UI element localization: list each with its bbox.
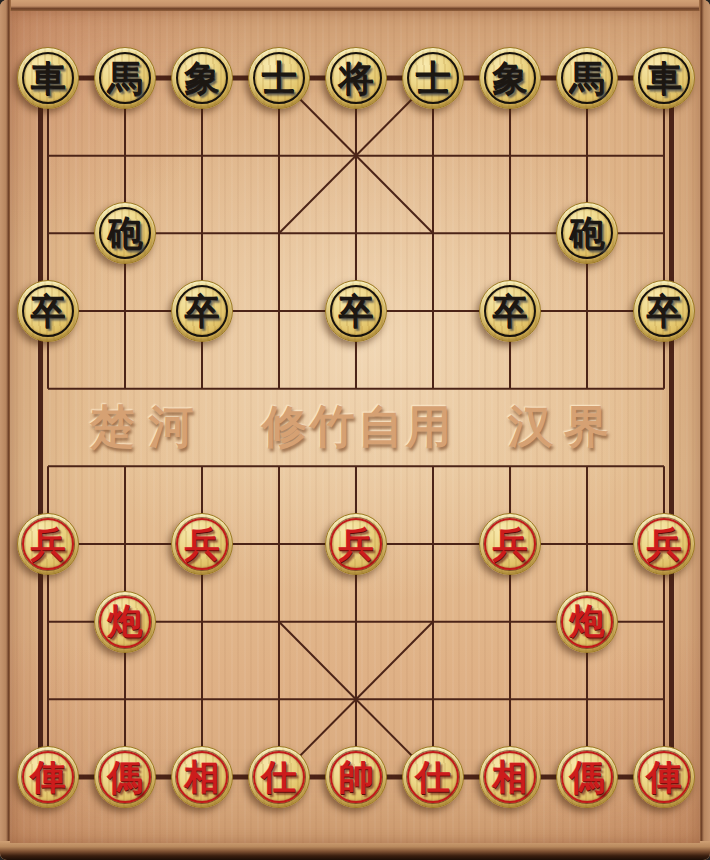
intersection-i2[interactable] xyxy=(626,195,703,273)
piece-red-soldier[interactable]: 兵 xyxy=(17,513,79,575)
piece-character: 仕 xyxy=(416,759,451,796)
intersection-c9[interactable]: 相 xyxy=(164,738,241,816)
intersection-f3[interactable] xyxy=(395,272,472,350)
piece-character: 傌 xyxy=(570,759,605,796)
piece-character: 相 xyxy=(493,759,528,796)
piece-character: 馬 xyxy=(108,60,143,97)
intersection-h7[interactable]: 炮 xyxy=(549,583,626,661)
intersection-f8[interactable] xyxy=(395,661,472,739)
intersection-c7[interactable] xyxy=(164,583,241,661)
piece-character: 卒 xyxy=(185,293,220,330)
intersection-g0[interactable]: 象 xyxy=(472,39,549,117)
intersection-h1[interactable] xyxy=(549,117,626,195)
intersection-h2[interactable]: 砲 xyxy=(549,195,626,273)
intersection-c3[interactable]: 卒 xyxy=(164,272,241,350)
piece-black-horse[interactable]: 馬 xyxy=(94,47,156,109)
pieces-layer: 車馬象士将士象馬車砲砲卒卒卒卒卒兵兵兵兵兵炮炮俥傌相仕帥仕相傌俥 xyxy=(10,39,703,816)
piece-character: 車 xyxy=(31,60,66,97)
intersection-i7[interactable] xyxy=(626,583,703,661)
intersection-e2[interactable] xyxy=(318,195,395,273)
intersection-e6[interactable]: 兵 xyxy=(318,505,395,583)
intersection-a7[interactable] xyxy=(10,583,87,661)
intersection-b3[interactable] xyxy=(87,272,164,350)
piece-character: 象 xyxy=(185,60,220,97)
piece-character: 卒 xyxy=(647,293,682,330)
piece-red-soldier[interactable]: 兵 xyxy=(479,513,541,575)
piece-character: 兵 xyxy=(493,526,528,563)
intersection-d9[interactable]: 仕 xyxy=(241,738,318,816)
piece-black-soldier[interactable]: 卒 xyxy=(633,280,695,342)
piece-character: 砲 xyxy=(570,215,605,252)
intersection-g2[interactable] xyxy=(472,195,549,273)
piece-character: 仕 xyxy=(262,759,297,796)
piece-black-elephant[interactable]: 象 xyxy=(479,47,541,109)
intersection-g7[interactable] xyxy=(472,583,549,661)
intersection-c1[interactable] xyxy=(164,117,241,195)
intersection-c0[interactable]: 象 xyxy=(164,39,241,117)
piece-character: 兵 xyxy=(31,526,66,563)
piece-black-soldier[interactable]: 卒 xyxy=(171,280,233,342)
piece-character: 炮 xyxy=(108,603,143,640)
piece-black-chariot[interactable]: 車 xyxy=(633,47,695,109)
intersection-c4[interactable] xyxy=(164,350,241,428)
intersection-d6[interactable] xyxy=(241,505,318,583)
piece-character: 車 xyxy=(647,60,682,97)
piece-red-soldier[interactable]: 兵 xyxy=(633,513,695,575)
intersection-g8[interactable] xyxy=(472,661,549,739)
piece-character: 炮 xyxy=(570,603,605,640)
intersection-d7[interactable] xyxy=(241,583,318,661)
piece-black-cannon[interactable]: 砲 xyxy=(94,202,156,264)
piece-black-elephant[interactable]: 象 xyxy=(171,47,233,109)
intersection-h4[interactable] xyxy=(549,350,626,428)
piece-red-soldier[interactable]: 兵 xyxy=(171,513,233,575)
intersection-e9[interactable]: 帥 xyxy=(318,738,395,816)
piece-character: 俥 xyxy=(647,759,682,796)
piece-black-soldier[interactable]: 卒 xyxy=(17,280,79,342)
piece-character: 卒 xyxy=(339,293,374,330)
piece-red-elephant[interactable]: 相 xyxy=(171,746,233,808)
intersection-h0[interactable]: 馬 xyxy=(549,39,626,117)
piece-character: 卒 xyxy=(31,293,66,330)
intersection-i3[interactable]: 卒 xyxy=(626,272,703,350)
intersection-b0[interactable]: 馬 xyxy=(87,39,164,117)
intersection-f5[interactable] xyxy=(395,428,472,506)
board-frame-bottom-ledge xyxy=(0,841,710,860)
intersection-e7[interactable] xyxy=(318,583,395,661)
intersection-b1[interactable] xyxy=(87,117,164,195)
intersection-g5[interactable] xyxy=(472,428,549,506)
piece-red-advisor[interactable]: 仕 xyxy=(402,746,464,808)
piece-red-chariot[interactable]: 俥 xyxy=(633,746,695,808)
intersection-b7[interactable]: 炮 xyxy=(87,583,164,661)
intersection-d8[interactable] xyxy=(241,661,318,739)
piece-character: 馬 xyxy=(570,60,605,97)
intersection-g1[interactable] xyxy=(472,117,549,195)
piece-character: 兵 xyxy=(339,526,374,563)
intersection-d4[interactable] xyxy=(241,350,318,428)
intersection-f1[interactable] xyxy=(395,117,472,195)
piece-black-advisor[interactable]: 士 xyxy=(402,47,464,109)
intersection-i4[interactable] xyxy=(626,350,703,428)
intersection-b9[interactable]: 傌 xyxy=(87,738,164,816)
piece-red-soldier[interactable]: 兵 xyxy=(325,513,387,575)
intersection-e1[interactable] xyxy=(318,117,395,195)
intersection-f0[interactable]: 士 xyxy=(395,39,472,117)
piece-character: 士 xyxy=(416,60,451,97)
piece-character: 相 xyxy=(185,759,220,796)
intersection-d5[interactable] xyxy=(241,428,318,506)
intersection-f6[interactable] xyxy=(395,505,472,583)
intersection-d2[interactable] xyxy=(241,195,318,273)
intersection-h6[interactable] xyxy=(549,505,626,583)
intersection-a5[interactable] xyxy=(10,428,87,506)
intersection-h9[interactable]: 傌 xyxy=(549,738,626,816)
xiangqi-board: 楚河 修竹自用 汉界 車馬象士将士象馬車砲砲卒卒卒卒卒兵兵兵兵兵炮炮俥傌相仕帥仕… xyxy=(0,0,710,860)
piece-black-soldier[interactable]: 卒 xyxy=(479,280,541,342)
piece-red-chariot[interactable]: 俥 xyxy=(17,746,79,808)
intersection-i5[interactable] xyxy=(626,428,703,506)
intersection-a9[interactable]: 俥 xyxy=(10,738,87,816)
piece-character: 帥 xyxy=(339,759,374,796)
piece-character: 兵 xyxy=(647,526,682,563)
intersection-b8[interactable] xyxy=(87,661,164,739)
intersection-d0[interactable]: 士 xyxy=(241,39,318,117)
intersection-e4[interactable] xyxy=(318,350,395,428)
piece-red-horse[interactable]: 傌 xyxy=(94,746,156,808)
piece-character: 士 xyxy=(262,60,297,97)
intersection-g6[interactable]: 兵 xyxy=(472,505,549,583)
piece-red-cannon[interactable]: 炮 xyxy=(94,591,156,653)
intersection-i1[interactable] xyxy=(626,117,703,195)
piece-black-soldier[interactable]: 卒 xyxy=(325,280,387,342)
intersection-h3[interactable] xyxy=(549,272,626,350)
intersection-e3[interactable]: 卒 xyxy=(318,272,395,350)
intersection-g4[interactable] xyxy=(472,350,549,428)
piece-red-elephant[interactable]: 相 xyxy=(479,746,541,808)
intersection-e8[interactable] xyxy=(318,661,395,739)
intersection-c2[interactable] xyxy=(164,195,241,273)
intersection-h5[interactable] xyxy=(549,428,626,506)
piece-red-horse[interactable]: 傌 xyxy=(556,746,618,808)
intersection-c8[interactable] xyxy=(164,661,241,739)
intersection-i6[interactable]: 兵 xyxy=(626,505,703,583)
intersection-g3[interactable]: 卒 xyxy=(472,272,549,350)
intersection-d1[interactable] xyxy=(241,117,318,195)
intersection-b4[interactable] xyxy=(87,350,164,428)
intersection-c5[interactable] xyxy=(164,428,241,506)
piece-black-horse[interactable]: 馬 xyxy=(556,47,618,109)
intersection-e5[interactable] xyxy=(318,428,395,506)
piece-character: 卒 xyxy=(493,293,528,330)
intersection-f7[interactable] xyxy=(395,583,472,661)
piece-red-cannon[interactable]: 炮 xyxy=(556,591,618,653)
intersection-f4[interactable] xyxy=(395,350,472,428)
intersection-i9[interactable]: 俥 xyxy=(626,738,703,816)
intersection-d3[interactable] xyxy=(241,272,318,350)
intersection-b5[interactable] xyxy=(87,428,164,506)
piece-character: 俥 xyxy=(31,759,66,796)
intersection-f2[interactable] xyxy=(395,195,472,273)
intersection-f9[interactable]: 仕 xyxy=(395,738,472,816)
intersection-a2[interactable] xyxy=(10,195,87,273)
piece-black-general[interactable]: 将 xyxy=(325,47,387,109)
intersection-a8[interactable] xyxy=(10,661,87,739)
intersection-a1[interactable] xyxy=(10,117,87,195)
intersection-i8[interactable] xyxy=(626,661,703,739)
intersection-h8[interactable] xyxy=(549,661,626,739)
piece-character: 砲 xyxy=(108,215,143,252)
intersection-e0[interactable]: 将 xyxy=(318,39,395,117)
intersection-a6[interactable]: 兵 xyxy=(10,505,87,583)
intersection-b6[interactable] xyxy=(87,505,164,583)
piece-black-chariot[interactable]: 車 xyxy=(17,47,79,109)
intersection-a3[interactable]: 卒 xyxy=(10,272,87,350)
piece-black-advisor[interactable]: 士 xyxy=(248,47,310,109)
intersection-b2[interactable]: 砲 xyxy=(87,195,164,273)
piece-red-advisor[interactable]: 仕 xyxy=(248,746,310,808)
piece-character: 兵 xyxy=(185,526,220,563)
intersection-c6[interactable]: 兵 xyxy=(164,505,241,583)
intersection-g9[interactable]: 相 xyxy=(472,738,549,816)
intersection-a4[interactable] xyxy=(10,350,87,428)
intersection-a0[interactable]: 車 xyxy=(10,39,87,117)
intersection-i0[interactable]: 車 xyxy=(626,39,703,117)
piece-character: 象 xyxy=(493,60,528,97)
piece-black-cannon[interactable]: 砲 xyxy=(556,202,618,264)
piece-character: 傌 xyxy=(108,759,143,796)
piece-character: 将 xyxy=(339,60,374,97)
piece-red-general[interactable]: 帥 xyxy=(325,746,387,808)
